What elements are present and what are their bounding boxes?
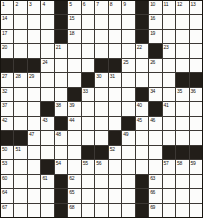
cell-r8c3[interactable]: [28, 102, 40, 115]
clue-number: 41: [164, 102, 169, 108]
cell-r12c14[interactable]: 58: [176, 160, 188, 173]
clue-number: 69: [150, 204, 155, 210]
cell-r8c7[interactable]: [82, 102, 94, 115]
cell-r14c6[interactable]: 65: [68, 189, 80, 202]
clue-number: 55: [83, 160, 88, 166]
cell-r3c2[interactable]: [14, 30, 26, 43]
cell-r7c3[interactable]: [28, 88, 40, 101]
cell-r12c15[interactable]: 59: [190, 160, 202, 173]
clue-number: 39: [69, 102, 74, 108]
cell-r9c10: [122, 117, 134, 130]
cell-r15c7[interactable]: [82, 204, 94, 217]
clue-number: 9: [123, 1, 125, 7]
cell-r3c14[interactable]: [176, 30, 188, 43]
cell-r13c5: [55, 175, 67, 188]
cell-r5c13[interactable]: [163, 59, 175, 72]
cell-r14c9[interactable]: [109, 189, 121, 202]
cell-r7c13[interactable]: [163, 88, 175, 101]
clue-number: 57: [164, 160, 169, 166]
clue-number: 22: [137, 44, 142, 50]
cell-r5c4[interactable]: 24: [41, 59, 53, 72]
cell-r3c13[interactable]: [163, 30, 175, 43]
cell-r4c12: [149, 44, 161, 57]
cell-r13c6[interactable]: 62: [68, 175, 80, 188]
clue-number: 50: [2, 146, 7, 152]
cell-r10c10[interactable]: 49: [122, 131, 134, 144]
cell-r11c10[interactable]: [122, 146, 134, 159]
cell-r15c10[interactable]: [122, 204, 134, 217]
cell-r6c11[interactable]: [136, 73, 148, 86]
clue-number: 56: [96, 160, 101, 166]
cell-r11c12[interactable]: [149, 146, 161, 159]
cell-r7c1[interactable]: 32: [1, 88, 13, 101]
clue-number: 47: [29, 131, 34, 137]
cell-r6c9[interactable]: 31: [109, 73, 121, 86]
cell-r8c15[interactable]: [190, 102, 202, 115]
cell-r1c10[interactable]: 9: [122, 1, 134, 14]
clue-number: 46: [150, 117, 155, 123]
cell-r2c5: [55, 15, 67, 28]
cell-r4c6[interactable]: [68, 44, 80, 57]
cell-r14c11: [136, 189, 148, 202]
clue-number: 5: [69, 1, 71, 7]
clue-number: 32: [2, 88, 7, 94]
cell-r15c11: [136, 204, 148, 217]
cell-r10c12[interactable]: [149, 131, 161, 144]
cell-r14c5: [55, 189, 67, 202]
cell-r5c11[interactable]: [136, 59, 148, 72]
clue-number: 7: [96, 1, 98, 7]
cell-r5c15[interactable]: [190, 59, 202, 72]
cell-r13c11: [136, 175, 148, 188]
clue-number: 19: [150, 30, 155, 36]
cell-r9c8[interactable]: [95, 117, 107, 130]
cell-r11c6[interactable]: [68, 146, 80, 159]
cell-r1c1[interactable]: 1: [1, 1, 13, 14]
cell-r6c7: [82, 73, 94, 86]
clue-number: 45: [137, 117, 142, 123]
cell-r13c4[interactable]: 61: [41, 175, 53, 188]
cell-r10c7[interactable]: [82, 131, 94, 144]
cell-r4c8[interactable]: [95, 44, 107, 57]
cell-r11c5[interactable]: [55, 146, 67, 159]
cell-r11c4[interactable]: [41, 146, 53, 159]
cell-r3c1[interactable]: 17: [1, 30, 13, 43]
cell-r6c13[interactable]: [163, 73, 175, 86]
cell-r6c3[interactable]: 29: [28, 73, 40, 86]
cell-r10c2: [14, 131, 26, 144]
cell-r6c1[interactable]: 27: [1, 73, 13, 86]
cell-r2c9[interactable]: [109, 15, 121, 28]
cell-r14c4[interactable]: [41, 189, 53, 202]
cell-r7c10[interactable]: [122, 88, 134, 101]
cell-r8c14[interactable]: [176, 102, 188, 115]
cell-r15c5: [55, 204, 67, 217]
cell-r4c14[interactable]: [176, 44, 188, 57]
cell-r2c10[interactable]: [122, 15, 134, 28]
clue-number: 34: [150, 88, 155, 94]
cell-r8c13[interactable]: 41: [163, 102, 175, 115]
clue-number: 60: [2, 175, 7, 181]
cell-r4c2[interactable]: [14, 44, 26, 57]
cell-r15c1[interactable]: 67: [1, 204, 13, 217]
cell-r13c13[interactable]: [163, 175, 175, 188]
cell-r4c10[interactable]: [122, 44, 134, 57]
cell-r8c1[interactable]: 37: [1, 102, 13, 115]
cell-r9c15[interactable]: [190, 117, 202, 130]
clue-number: 10: [150, 1, 155, 7]
cell-r5c2: [14, 59, 26, 72]
cell-r10c8[interactable]: [95, 131, 107, 144]
clue-number: 64: [2, 189, 7, 195]
cell-r1c14[interactable]: 12: [176, 1, 188, 14]
clue-number: 68: [69, 204, 74, 210]
cell-r7c8[interactable]: [95, 88, 107, 101]
cell-r14c1[interactable]: 64: [1, 189, 13, 202]
cell-r7c7[interactable]: 33: [82, 88, 94, 101]
cell-r12c1[interactable]: 53: [1, 160, 13, 173]
cell-r5c6[interactable]: [68, 59, 80, 72]
cell-r8c8[interactable]: [95, 102, 107, 115]
cell-r5c1: [1, 59, 13, 72]
cell-r4c9[interactable]: [109, 44, 121, 57]
cell-r7c4[interactable]: [41, 88, 53, 101]
cell-r13c3[interactable]: [28, 175, 40, 188]
cell-r2c12[interactable]: 16: [149, 15, 161, 28]
cell-r3c3[interactable]: [28, 30, 40, 43]
cell-r10c5[interactable]: 48: [55, 131, 67, 144]
cell-r3c11: [136, 30, 148, 43]
cell-r6c10[interactable]: [122, 73, 134, 86]
cell-r5c10[interactable]: 25: [122, 59, 134, 72]
clue-number: 4: [42, 1, 44, 7]
cell-r6c15: [190, 73, 202, 86]
cell-r1c15[interactable]: 13: [190, 1, 202, 14]
cell-r7c6: [68, 88, 80, 101]
clue-number: 20: [2, 44, 7, 50]
clue-number: 59: [191, 160, 196, 166]
cell-r6c5[interactable]: [55, 73, 67, 86]
cell-r13c14[interactable]: [176, 175, 188, 188]
cell-r2c3[interactable]: [28, 15, 40, 28]
clue-number: 65: [69, 189, 74, 195]
clue-number: 40: [137, 102, 142, 108]
cell-r4c4[interactable]: [41, 44, 53, 57]
cell-r1c13[interactable]: 11: [163, 1, 175, 14]
cell-r14c10[interactable]: [122, 189, 134, 202]
cell-r1c5: [55, 1, 67, 14]
cell-r1c8[interactable]: 7: [95, 1, 107, 14]
cell-r15c12[interactable]: 69: [149, 204, 161, 217]
cell-r13c9[interactable]: [109, 175, 121, 188]
clue-number: 61: [42, 175, 47, 181]
cell-r8c10[interactable]: [122, 102, 134, 115]
clue-number: 63: [150, 175, 155, 181]
cell-r13c1[interactable]: 60: [1, 175, 13, 188]
cell-r15c14[interactable]: [176, 204, 188, 217]
cell-r10c9: [109, 131, 121, 144]
cell-r8c2[interactable]: [14, 102, 26, 115]
cell-r2c4[interactable]: [41, 15, 53, 28]
cell-r9c2[interactable]: [14, 117, 26, 130]
cell-r7c2[interactable]: [14, 88, 26, 101]
cell-r1c11: [136, 1, 148, 14]
clue-number: 21: [56, 44, 61, 50]
cell-r12c12[interactable]: [149, 160, 161, 173]
cell-r10c14[interactable]: [176, 131, 188, 144]
clue-number: 29: [29, 73, 34, 79]
cell-r4c7[interactable]: [82, 44, 94, 57]
cell-r15c4[interactable]: [41, 204, 53, 217]
cell-r12c9[interactable]: [109, 160, 121, 173]
clue-number: 11: [164, 1, 169, 7]
cell-r12c7[interactable]: 55: [82, 160, 94, 173]
cell-r13c8[interactable]: [95, 175, 107, 188]
clue-number: 3: [29, 1, 31, 7]
cell-r4c13[interactable]: 23: [163, 44, 175, 57]
cell-r5c12[interactable]: 26: [149, 59, 161, 72]
clue-number: 16: [150, 15, 155, 21]
cell-r4c15[interactable]: [190, 44, 202, 57]
cell-r11c1[interactable]: 50: [1, 146, 13, 159]
cell-r9c11[interactable]: 45: [136, 117, 148, 130]
cell-r2c2[interactable]: [14, 15, 26, 28]
cell-r8c12: [149, 102, 161, 115]
cell-r6c6[interactable]: [68, 73, 80, 86]
clue-number: 42: [2, 117, 7, 123]
cell-r15c8[interactable]: [95, 204, 107, 217]
clue-number: 24: [42, 59, 47, 65]
cell-r11c13: [163, 146, 175, 159]
cell-r10c13[interactable]: [163, 131, 175, 144]
cell-r2c11: [136, 15, 148, 28]
clue-number: 33: [83, 88, 88, 94]
cell-r15c2[interactable]: [14, 204, 26, 217]
cell-r4c1[interactable]: 20: [1, 44, 13, 57]
cell-r11c9[interactable]: 52: [109, 146, 121, 159]
clue-number: 15: [69, 15, 74, 21]
clue-number: 12: [177, 1, 182, 7]
cell-r2c15[interactable]: [190, 15, 202, 28]
cell-r13c7[interactable]: [82, 175, 94, 188]
clue-number: 37: [2, 102, 7, 108]
cell-r15c6[interactable]: 68: [68, 204, 80, 217]
cell-r1c7[interactable]: 6: [82, 1, 94, 14]
cell-r7c15[interactable]: 36: [190, 88, 202, 101]
clue-number: 49: [123, 131, 128, 137]
cell-r9c5: [55, 117, 67, 130]
cell-r13c10[interactable]: [122, 175, 134, 188]
cell-r12c13[interactable]: 57: [163, 160, 175, 173]
cell-r5c7[interactable]: [82, 59, 94, 72]
clue-number: 52: [110, 146, 115, 152]
cell-r2c1[interactable]: 14: [1, 15, 13, 28]
cell-r3c12[interactable]: 19: [149, 30, 161, 43]
cell-r10c6[interactable]: [68, 131, 80, 144]
cell-r10c11[interactable]: [136, 131, 148, 144]
clue-number: 54: [56, 160, 61, 166]
cell-r14c12[interactable]: 66: [149, 189, 161, 202]
clue-number: 2: [15, 1, 17, 7]
cell-r2c13[interactable]: [163, 15, 175, 28]
clue-number: 14: [2, 15, 7, 21]
cell-r1c3[interactable]: 3: [28, 1, 40, 14]
cell-r3c8[interactable]: [95, 30, 107, 43]
clue-number: 62: [69, 175, 74, 181]
cell-r8c11[interactable]: 40: [136, 102, 148, 115]
clue-number: 28: [15, 73, 20, 79]
clue-number: 18: [69, 30, 74, 36]
cell-r9c3[interactable]: [28, 117, 40, 130]
cell-r2c8[interactable]: [95, 15, 107, 28]
cell-r14c7[interactable]: [82, 189, 94, 202]
cell-r5c5[interactable]: [55, 59, 67, 72]
clue-number: 43: [42, 117, 47, 123]
cell-r10c4[interactable]: [41, 131, 53, 144]
cell-r11c7: [82, 146, 94, 159]
cell-r11c8: [95, 146, 107, 159]
cell-r14c13[interactable]: [163, 189, 175, 202]
cell-r10c1: [1, 131, 13, 144]
cell-r12c11[interactable]: [136, 160, 148, 173]
cell-r3c5: [55, 30, 67, 43]
cell-r5c14[interactable]: [176, 59, 188, 72]
cell-r15c9[interactable]: [109, 204, 121, 217]
cell-r2c14[interactable]: [176, 15, 188, 28]
cell-r1c9[interactable]: 8: [109, 1, 121, 14]
cell-r14c3[interactable]: [28, 189, 40, 202]
cell-r6c4[interactable]: [41, 73, 53, 86]
clue-number: 44: [69, 117, 74, 123]
cell-r9c6[interactable]: 44: [68, 117, 80, 130]
cell-r10c15[interactable]: [190, 131, 202, 144]
crossword-grid: 1234567891011121314151617181920212223242…: [0, 0, 203, 218]
cell-r10c3[interactable]: 47: [28, 131, 40, 144]
clue-number: 8: [110, 1, 112, 7]
clue-number: 26: [150, 59, 155, 65]
cell-r15c15[interactable]: [190, 204, 202, 217]
cell-r7c11: [136, 88, 148, 101]
cell-r12c3[interactable]: [28, 160, 40, 173]
clue-number: 25: [123, 59, 128, 65]
clue-number: 66: [150, 189, 155, 195]
cell-r13c12[interactable]: 63: [149, 175, 161, 188]
cell-r12c6[interactable]: [68, 160, 80, 173]
cell-r9c1[interactable]: 42: [1, 117, 13, 130]
cell-r4c3[interactable]: [28, 44, 40, 57]
cell-r7c12[interactable]: 34: [149, 88, 161, 101]
clue-number: 58: [177, 160, 182, 166]
cell-r3c6[interactable]: 18: [68, 30, 80, 43]
cell-r6c14: [176, 73, 188, 86]
cell-r3c4[interactable]: [41, 30, 53, 43]
cell-r12c4: [41, 160, 53, 173]
cell-r9c14[interactable]: [176, 117, 188, 130]
cell-r12c2[interactable]: [14, 160, 26, 173]
cell-r14c15[interactable]: [190, 189, 202, 202]
cell-r9c4[interactable]: 43: [41, 117, 53, 130]
cell-r9c7[interactable]: [82, 117, 94, 130]
clue-number: 1: [2, 1, 4, 7]
cell-r5c9: [109, 59, 121, 72]
cell-r11c14: [176, 146, 188, 159]
cell-r1c2[interactable]: 2: [14, 1, 26, 14]
clue-number: 31: [110, 73, 115, 79]
clue-number: 48: [56, 131, 61, 137]
cell-r4c11[interactable]: 22: [136, 44, 148, 57]
clue-number: 6: [83, 1, 85, 7]
clue-number: 23: [164, 44, 169, 50]
clue-number: 13: [191, 1, 196, 7]
cell-r3c15[interactable]: [190, 30, 202, 43]
clue-number: 53: [2, 160, 7, 166]
clue-number: 35: [177, 88, 182, 94]
cell-r3c9[interactable]: [109, 30, 121, 43]
clue-number: 27: [2, 73, 7, 79]
clue-number: 30: [96, 73, 101, 79]
cell-r1c4[interactable]: 4: [41, 1, 53, 14]
cell-r6c12[interactable]: [149, 73, 161, 86]
cell-r4c5[interactable]: 21: [55, 44, 67, 57]
cell-r13c15[interactable]: [190, 175, 202, 188]
cell-r7c5[interactable]: [55, 88, 67, 101]
cell-r5c8: [95, 59, 107, 72]
cell-r12c10[interactable]: [122, 160, 134, 173]
cell-r8c5[interactable]: 38: [55, 102, 67, 115]
cell-r14c8[interactable]: [95, 189, 107, 202]
cell-r15c13[interactable]: [163, 204, 175, 217]
cell-r14c14[interactable]: [176, 189, 188, 202]
clue-number: 67: [2, 204, 7, 210]
cell-r11c11[interactable]: [136, 146, 148, 159]
clue-number: 36: [191, 88, 196, 94]
cell-r13c2[interactable]: [14, 175, 26, 188]
cell-r15c3[interactable]: [28, 204, 40, 217]
clue-number: 38: [56, 102, 61, 108]
cell-r14c2[interactable]: [14, 189, 26, 202]
cell-r1c12[interactable]: 10: [149, 1, 161, 14]
cell-r8c4: [41, 102, 53, 115]
cell-r11c15: [190, 146, 202, 159]
cell-r9c13[interactable]: [163, 117, 175, 130]
cell-r3c10[interactable]: [122, 30, 134, 43]
cell-r12c5[interactable]: 54: [55, 160, 67, 173]
cell-r12c8[interactable]: 56: [95, 160, 107, 173]
cell-r7c9[interactable]: [109, 88, 121, 101]
cell-r3c7[interactable]: [82, 30, 94, 43]
cell-r9c9[interactable]: [109, 117, 121, 130]
cell-r5c3: [28, 59, 40, 72]
cell-r7c14[interactable]: 35: [176, 88, 188, 101]
clue-number: 17: [2, 30, 7, 36]
cell-r9c12[interactable]: 46: [149, 117, 161, 130]
cell-r2c6[interactable]: 15: [68, 15, 80, 28]
cell-r1c6[interactable]: 5: [68, 1, 80, 14]
cell-r11c2[interactable]: 51: [14, 146, 26, 159]
cell-r6c2[interactable]: 28: [14, 73, 26, 86]
cell-r11c3[interactable]: [28, 146, 40, 159]
cell-r8c6[interactable]: 39: [68, 102, 80, 115]
cell-r8c9[interactable]: [109, 102, 121, 115]
cell-r6c8[interactable]: 30: [95, 73, 107, 86]
clue-number: 51: [15, 146, 20, 152]
cell-r2c7[interactable]: [82, 15, 94, 28]
